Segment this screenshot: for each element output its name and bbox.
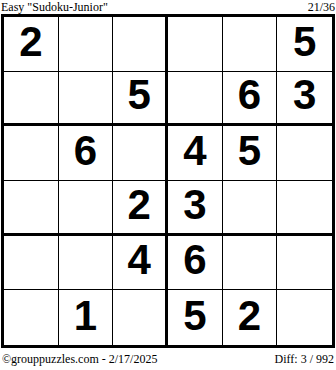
difficulty-label: Diff: 3 / 992 (275, 352, 334, 366)
cell-r3c4[interactable]: 4 (168, 126, 223, 181)
cell-r3c3[interactable] (113, 126, 168, 181)
cell-r5c2[interactable] (59, 236, 114, 291)
cell-r1c3[interactable] (113, 17, 168, 72)
cell-r6c3[interactable] (113, 290, 168, 345)
cell-r6c2[interactable]: 1 (59, 290, 114, 345)
cell-r5c6[interactable] (277, 236, 332, 291)
footer: ©grouppuzzles.com - 2/17/2025 Diff: 3 / … (0, 352, 336, 366)
copyright-credit: ©grouppuzzles.com - 2/17/2025 (2, 352, 157, 366)
sudoku-board: 255636452346152 (1, 14, 335, 348)
cell-r2c1[interactable] (4, 72, 59, 127)
cell-r2c6[interactable]: 3 (277, 72, 332, 127)
cell-r4c2[interactable] (59, 181, 114, 236)
cell-r4c1[interactable] (4, 181, 59, 236)
cell-r2c4[interactable] (168, 72, 223, 127)
cell-r6c5[interactable]: 2 (223, 290, 278, 345)
cell-r4c5[interactable] (223, 181, 278, 236)
cell-r4c6[interactable] (277, 181, 332, 236)
cell-r4c3[interactable]: 2 (113, 181, 168, 236)
cell-r1c1[interactable]: 2 (4, 17, 59, 72)
cell-r2c2[interactable] (59, 72, 114, 127)
cell-r1c6[interactable]: 5 (277, 17, 332, 72)
cell-r3c1[interactable] (4, 126, 59, 181)
cell-r6c1[interactable] (4, 290, 59, 345)
header: Easy "Sudoku-Junior" 21/36 (0, 0, 336, 14)
cell-r2c3[interactable]: 5 (113, 72, 168, 127)
cell-r1c2[interactable] (59, 17, 114, 72)
puzzle-title: Easy "Sudoku-Junior" (1, 0, 108, 14)
cell-r5c1[interactable] (4, 236, 59, 291)
cell-r2c5[interactable]: 6 (223, 72, 278, 127)
empty-cell-counter: 21/36 (308, 0, 335, 14)
cell-r3c6[interactable] (277, 126, 332, 181)
cell-r3c2[interactable]: 6 (59, 126, 114, 181)
cell-r1c4[interactable] (168, 17, 223, 72)
cell-r6c4[interactable]: 5 (168, 290, 223, 345)
cell-r4c4[interactable]: 3 (168, 181, 223, 236)
cell-r5c4[interactable]: 6 (168, 236, 223, 291)
cell-r5c3[interactable]: 4 (113, 236, 168, 291)
cell-r6c6[interactable] (277, 290, 332, 345)
cell-r3c5[interactable]: 5 (223, 126, 278, 181)
cell-r1c5[interactable] (223, 17, 278, 72)
cell-r5c5[interactable] (223, 236, 278, 291)
